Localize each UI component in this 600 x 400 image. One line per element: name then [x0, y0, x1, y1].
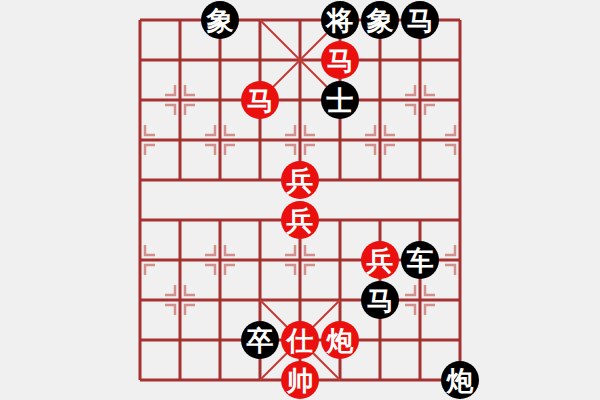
piece-black-cannon[interactable]: 炮: [441, 361, 479, 399]
piece-red-cannon[interactable]: 炮: [321, 321, 359, 359]
piece-black-chariot[interactable]: 车: [401, 241, 439, 279]
piece-red-soldier[interactable]: 兵: [281, 161, 319, 199]
piece-red-general[interactable]: 帅: [281, 361, 319, 399]
piece-red-soldier[interactable]: 兵: [361, 241, 399, 279]
piece-red-horse[interactable]: 马: [321, 41, 359, 79]
piece-layer: 象将象马马马士兵兵兵车马卒仕炮帅炮: [120, 0, 480, 400]
piece-black-soldier[interactable]: 卒: [241, 321, 279, 359]
piece-black-horse[interactable]: 马: [361, 281, 399, 319]
piece-black-general[interactable]: 将: [321, 1, 359, 39]
piece-black-elephant[interactable]: 象: [361, 1, 399, 39]
piece-red-advisor[interactable]: 仕: [281, 321, 319, 359]
xiangqi-board: 象将象马马马士兵兵兵车马卒仕炮帅炮: [0, 0, 600, 400]
piece-red-soldier[interactable]: 兵: [281, 201, 319, 239]
piece-black-elephant[interactable]: 象: [201, 1, 239, 39]
piece-black-advisor[interactable]: 士: [321, 81, 359, 119]
piece-black-horse[interactable]: 马: [401, 1, 439, 39]
piece-red-horse[interactable]: 马: [241, 81, 279, 119]
